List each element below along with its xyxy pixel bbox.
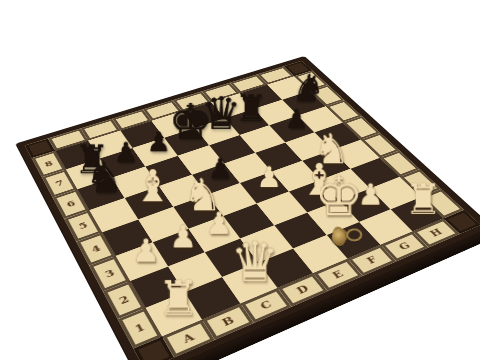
clasp-hook-icon	[346, 228, 362, 242]
board-scene: 1A2B3C4D5E6F7G8H♜♟♟♚♛♜♞♞♟♝♟♞♟♞♟♟♟♝♚♟♜♛♜	[0, 0, 480, 360]
chess-board: 1A2B3C4D5E6F7G8H♜♟♟♚♛♜♞♞♟♝♟♞♟♞♟♟♟♝♚♟♜♛♜	[16, 57, 480, 360]
photo-canvas: 1A2B3C4D5E6F7G8H♜♟♟♚♛♜♞♞♟♝♟♞♟♞♟♟♟♝♚♟♜♛♜	[0, 0, 480, 360]
